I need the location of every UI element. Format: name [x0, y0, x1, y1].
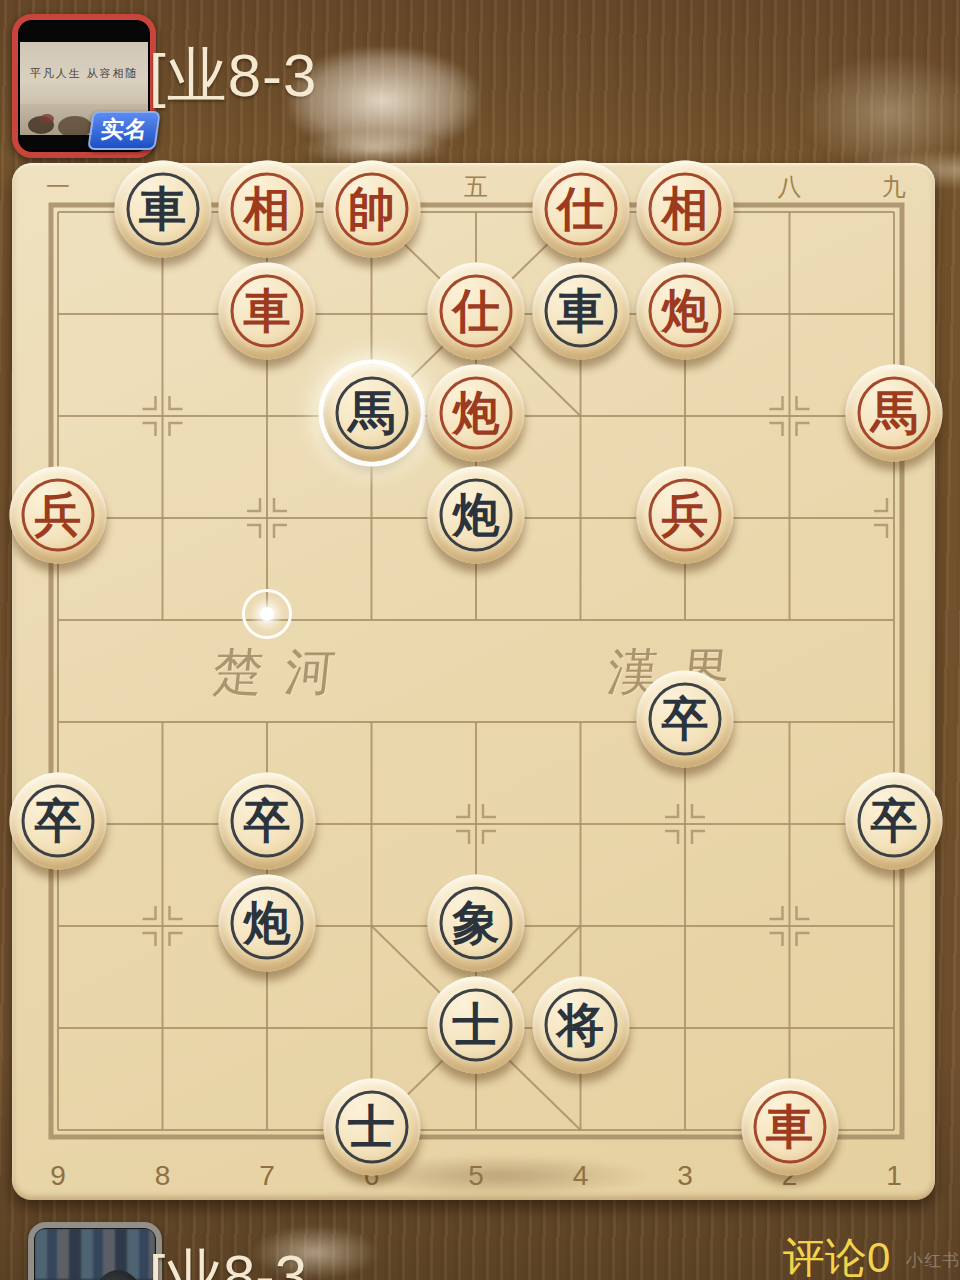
piece-glyph: 象 — [428, 875, 525, 972]
file-label-top: 一 — [46, 171, 70, 203]
piece-glyph: 車 — [532, 263, 629, 360]
file-label-bottom: 1 — [886, 1160, 902, 1192]
piece-red-cannon[interactable]: 炮 — [428, 365, 525, 462]
file-label-top: 八 — [778, 171, 802, 203]
piece-red-chariot[interactable]: 車 — [219, 263, 316, 360]
bottom-player-avatar[interactable] — [28, 1222, 162, 1280]
piece-glyph: 車 — [219, 263, 316, 360]
piece-glyph: 馬 — [323, 365, 420, 462]
piece-glyph: 卒 — [846, 773, 943, 870]
piece-glyph: 士 — [323, 1079, 420, 1176]
piece-glyph: 馬 — [846, 365, 943, 462]
piece-glyph: 兵 — [637, 467, 734, 564]
piece-glyph: 相 — [219, 161, 316, 258]
file-label-bottom: 9 — [50, 1160, 66, 1192]
river-text-left: 楚河 — [209, 639, 360, 706]
piece-black-chariot[interactable]: 車 — [114, 161, 211, 258]
piece-red-pawn[interactable]: 兵 — [10, 467, 107, 564]
piece-red-advisor[interactable]: 仕 — [532, 161, 629, 258]
piece-red-pawn[interactable]: 兵 — [637, 467, 734, 564]
comments-link[interactable]: 评论0 — [779, 1230, 894, 1280]
piece-glyph: 帥 — [323, 161, 420, 258]
piece-black-advisor[interactable]: 士 — [323, 1079, 420, 1176]
piece-glyph: 炮 — [428, 365, 525, 462]
file-label-bottom: 3 — [677, 1160, 693, 1192]
piece-glyph: 仕 — [428, 263, 525, 360]
piece-black-elephant[interactable]: 象 — [428, 875, 525, 972]
file-label-top: 九 — [882, 171, 906, 203]
last-move-origin-dot — [260, 607, 274, 621]
piece-black-pawn[interactable]: 卒 — [219, 773, 316, 870]
piece-black-horse[interactable]: 馬 — [323, 365, 420, 462]
piece-black-pawn[interactable]: 卒 — [846, 773, 943, 870]
file-label-top: 五 — [464, 171, 488, 203]
piece-glyph: 卒 — [219, 773, 316, 870]
piece-glyph: 車 — [741, 1079, 838, 1176]
piece-red-general[interactable]: 帥 — [323, 161, 420, 258]
piece-glyph: 兵 — [10, 467, 107, 564]
piece-red-cannon[interactable]: 炮 — [637, 263, 734, 360]
avatar-motto-text: 平凡人生 从容相随 — [30, 66, 139, 81]
piece-black-advisor[interactable]: 士 — [428, 977, 525, 1074]
piece-red-advisor[interactable]: 仕 — [428, 263, 525, 360]
chalk-smudge — [800, 55, 960, 170]
piece-black-pawn[interactable]: 卒 — [637, 671, 734, 768]
watermark: 小红书 — [906, 1249, 960, 1272]
piece-black-chariot[interactable]: 車 — [532, 263, 629, 360]
file-label-bottom: 7 — [259, 1160, 275, 1192]
piece-glyph: 相 — [637, 161, 734, 258]
xiangqi-board[interactable]: 一二三四五六七八九 987654321 楚河 漢界 車相帥仕相車仕車炮馬炮馬兵炮… — [12, 163, 935, 1200]
piece-red-chariot[interactable]: 車 — [741, 1079, 838, 1176]
piece-black-pawn[interactable]: 卒 — [10, 773, 107, 870]
piece-red-horse[interactable]: 馬 — [846, 365, 943, 462]
file-label-bottom: 5 — [468, 1160, 484, 1192]
top-player-name: [业8-3 — [149, 36, 317, 117]
piece-glyph: 炮 — [428, 467, 525, 564]
piece-black-cannon[interactable]: 炮 — [219, 875, 316, 972]
file-label-bottom: 4 — [573, 1160, 589, 1192]
piece-glyph: 士 — [428, 977, 525, 1074]
piece-red-elephant[interactable]: 相 — [637, 161, 734, 258]
piece-black-general[interactable]: 将 — [532, 977, 629, 1074]
piece-glyph: 炮 — [219, 875, 316, 972]
file-label-bottom: 8 — [155, 1160, 171, 1192]
piece-red-elephant[interactable]: 相 — [219, 161, 316, 258]
piece-glyph: 仕 — [532, 161, 629, 258]
piece-black-cannon[interactable]: 炮 — [428, 467, 525, 564]
piece-glyph: 卒 — [637, 671, 734, 768]
piece-glyph: 将 — [532, 977, 629, 1074]
top-player-avatar[interactable]: 平凡人生 从容相随 实名 — [12, 14, 156, 158]
bottom-player-name: [业8-3 — [149, 1238, 307, 1280]
piece-glyph: 炮 — [637, 263, 734, 360]
piece-glyph: 卒 — [10, 773, 107, 870]
avatar-image — [35, 1229, 155, 1280]
piece-glyph: 車 — [114, 161, 211, 258]
